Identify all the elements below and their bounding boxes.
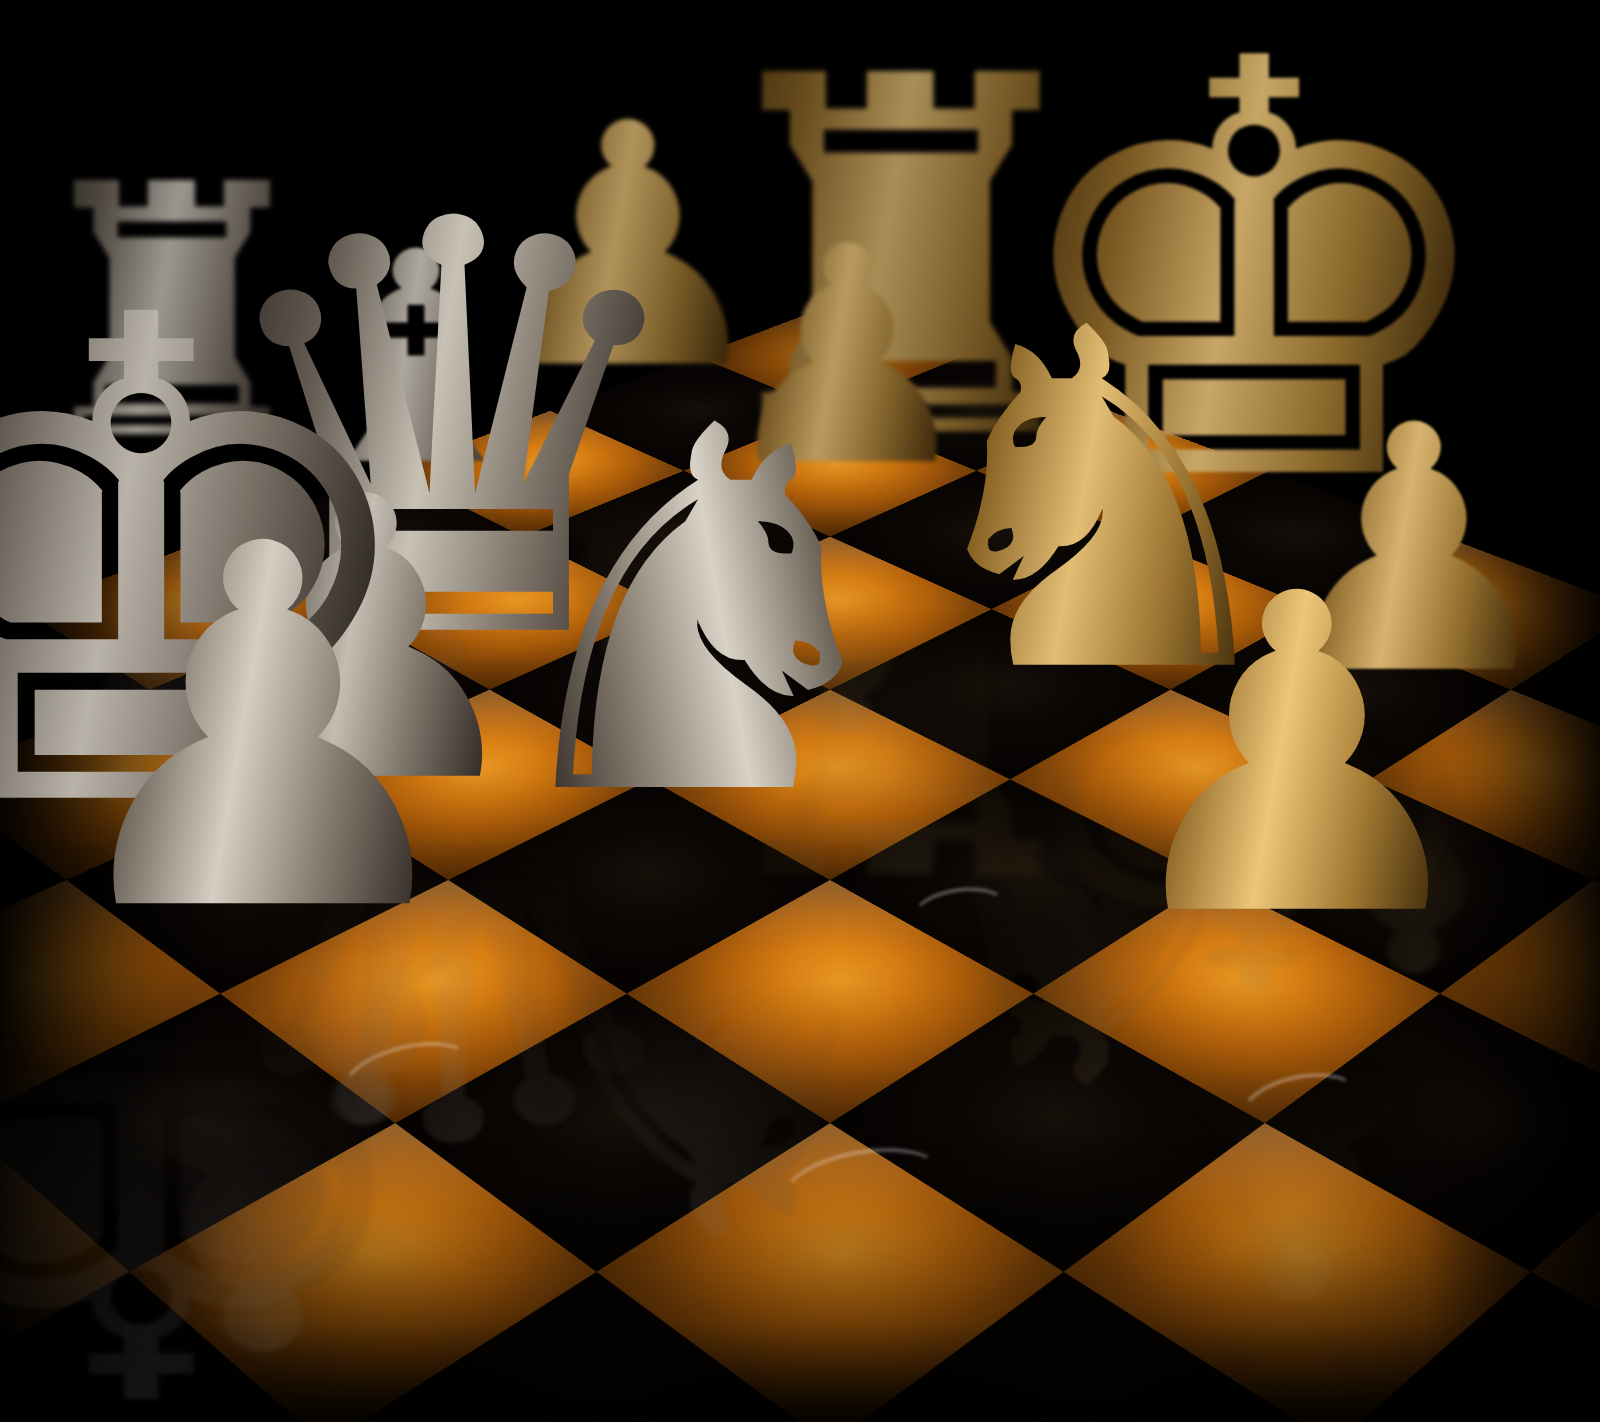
silver-pawn-glyph: ♟ xyxy=(39,481,486,980)
silver-knight-glyph: ♞ xyxy=(474,362,924,864)
gold-pawn-reflection: ♟ xyxy=(1101,954,1494,1348)
silver-knight-reflection: ♞ xyxy=(474,839,924,1291)
silver-pawn-reflection: ♟ xyxy=(39,955,486,1404)
gold-pawn-glyph: ♟ xyxy=(1101,538,1494,976)
pieces-layer: ♜♜♝♝♟♟♜♜♟♟♚♚♛♛♞♞♟♟♟♟♚♚♞♞♟♟♟♟ xyxy=(0,0,1600,1422)
chessboard-photo-scene: ♜♜♝♝♟♟♜♜♟♟♚♚♛♛♞♞♟♟♟♟♚♚♞♞♟♟♟♟ xyxy=(0,0,1600,1422)
